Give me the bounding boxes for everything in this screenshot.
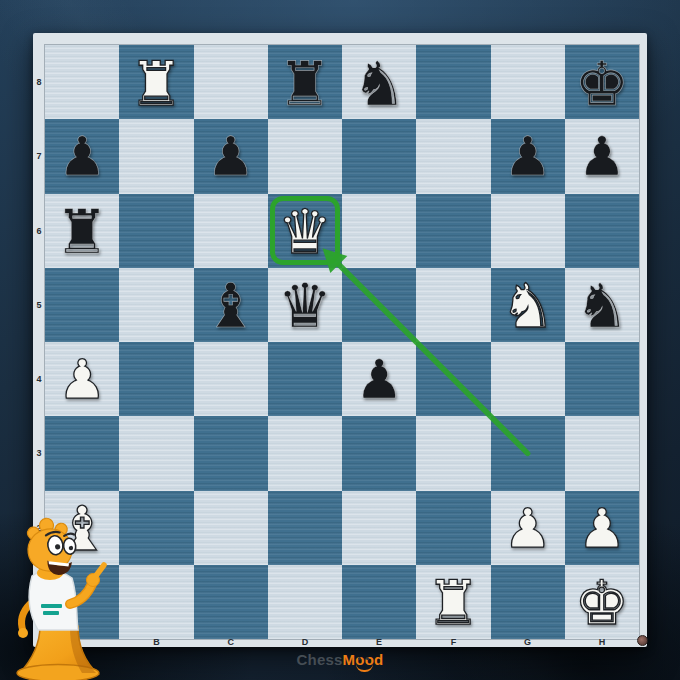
piece-white-Q-d6: ♛ [278, 201, 333, 262]
square-f8[interactable] [416, 45, 490, 119]
piece-black-N-h5: ♞ [575, 275, 630, 336]
square-h6[interactable] [565, 194, 639, 268]
square-d1[interactable] [268, 565, 342, 639]
square-g4[interactable] [491, 342, 565, 416]
piece-black-P-a7: ♟ [58, 130, 106, 184]
square-f5[interactable] [416, 268, 490, 342]
logo-eyes-oo: oo [355, 651, 374, 668]
square-e3[interactable] [342, 416, 416, 490]
square-h2[interactable]: ♟ [565, 491, 639, 565]
rank-label-4: 4 [33, 342, 45, 416]
logo-text-m: M [343, 651, 356, 668]
square-b4[interactable] [119, 342, 193, 416]
piece-white-K-h1: ♚ [575, 572, 630, 633]
square-f2[interactable] [416, 491, 490, 565]
page-background: ♜♜♞♚♟♟♟♟♜♛♝♛♞♞♟♟♝♟♟♜♚ ChessMood [0, 0, 680, 680]
logo-text-chess: Chess [297, 651, 343, 668]
square-h3[interactable] [565, 416, 639, 490]
logo-smile-icon [356, 664, 373, 672]
square-f6[interactable] [416, 194, 490, 268]
square-h5[interactable]: ♞ [565, 268, 639, 342]
square-f1[interactable]: ♜ [416, 565, 490, 639]
square-b7[interactable] [119, 119, 193, 193]
square-g7[interactable]: ♟ [491, 119, 565, 193]
square-b2[interactable] [119, 491, 193, 565]
square-e7[interactable] [342, 119, 416, 193]
square-f4[interactable] [416, 342, 490, 416]
square-d8[interactable]: ♜ [268, 45, 342, 119]
square-c3[interactable] [194, 416, 268, 490]
square-c4[interactable] [194, 342, 268, 416]
piece-black-R-d8: ♜ [278, 53, 333, 114]
file-label-E: E [342, 636, 416, 647]
square-d7[interactable] [268, 119, 342, 193]
square-g8[interactable] [491, 45, 565, 119]
square-h8[interactable]: ♚ [565, 45, 639, 119]
square-c6[interactable] [194, 194, 268, 268]
square-a5[interactable] [45, 268, 119, 342]
square-a6[interactable]: ♜ [45, 194, 119, 268]
file-label-C: C [194, 636, 268, 647]
square-g3[interactable] [491, 416, 565, 490]
square-g6[interactable] [491, 194, 565, 268]
square-e6[interactable] [342, 194, 416, 268]
square-d4[interactable] [268, 342, 342, 416]
piece-black-N-e8: ♞ [352, 53, 407, 114]
piece-white-P-h2: ♟ [578, 502, 626, 556]
piece-black-P-c7: ♟ [206, 130, 254, 184]
chessmood-mascot-icon [0, 516, 122, 680]
square-a3[interactable] [45, 416, 119, 490]
file-label-B: B [119, 636, 193, 647]
square-f7[interactable] [416, 119, 490, 193]
piece-white-P-a4: ♟ [58, 353, 106, 407]
piece-black-P-h7: ♟ [578, 130, 626, 184]
piece-white-P-g2: ♟ [503, 502, 551, 556]
square-e4[interactable]: ♟ [342, 342, 416, 416]
board-corner-dot [637, 635, 648, 646]
square-b8[interactable]: ♜ [119, 45, 193, 119]
rank-label-8: 8 [33, 45, 45, 119]
square-d6[interactable]: ♛ [268, 194, 342, 268]
square-d3[interactable] [268, 416, 342, 490]
rank-label-7: 7 [33, 119, 45, 193]
piece-white-R-f1: ♜ [426, 572, 481, 633]
square-c7[interactable]: ♟ [194, 119, 268, 193]
square-g2[interactable]: ♟ [491, 491, 565, 565]
file-label-D: D [268, 636, 342, 647]
piece-black-B-c5: ♝ [203, 275, 258, 336]
square-c8[interactable] [194, 45, 268, 119]
square-e5[interactable] [342, 268, 416, 342]
square-e8[interactable]: ♞ [342, 45, 416, 119]
rank-label-6: 6 [33, 194, 45, 268]
piece-black-P-g7: ♟ [503, 130, 551, 184]
piece-black-R-a6: ♜ [55, 201, 110, 262]
rank-label-5: 5 [33, 268, 45, 342]
logo-text-d: d [374, 651, 383, 668]
file-label-G: G [491, 636, 565, 647]
square-c2[interactable] [194, 491, 268, 565]
piece-black-Q-d5: ♛ [278, 275, 333, 336]
square-a7[interactable]: ♟ [45, 119, 119, 193]
square-f3[interactable] [416, 416, 490, 490]
piece-white-N-g5: ♞ [500, 275, 555, 336]
rank-label-3: 3 [33, 416, 45, 490]
square-d2[interactable] [268, 491, 342, 565]
square-c5[interactable]: ♝ [194, 268, 268, 342]
piece-white-R-b8: ♜ [129, 53, 184, 114]
square-b1[interactable] [119, 565, 193, 639]
piece-black-P-e4: ♟ [355, 353, 403, 407]
chess-board[interactable]: ♜♜♞♚♟♟♟♟♜♛♝♛♞♞♟♟♝♟♟♜♚ [45, 45, 639, 639]
square-b3[interactable] [119, 416, 193, 490]
square-c1[interactable] [194, 565, 268, 639]
square-h4[interactable] [565, 342, 639, 416]
square-b6[interactable] [119, 194, 193, 268]
square-a4[interactable]: ♟ [45, 342, 119, 416]
square-h1[interactable]: ♚ [565, 565, 639, 639]
square-h7[interactable]: ♟ [565, 119, 639, 193]
square-g1[interactable] [491, 565, 565, 639]
piece-black-K-h8: ♚ [575, 53, 630, 114]
square-g5[interactable]: ♞ [491, 268, 565, 342]
square-e1[interactable] [342, 565, 416, 639]
square-e2[interactable] [342, 491, 416, 565]
square-a8[interactable] [45, 45, 119, 119]
square-b5[interactable] [119, 268, 193, 342]
square-d5[interactable]: ♛ [268, 268, 342, 342]
